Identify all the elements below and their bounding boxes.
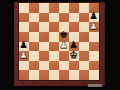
square-d4[interactable] [49,42,59,52]
white-pawn[interactable]: ♟ [59,40,69,50]
square-e7[interactable] [59,13,69,23]
square-g4[interactable] [79,42,89,52]
square-b2[interactable] [29,61,39,71]
square-d6[interactable] [49,22,59,32]
square-a2[interactable] [19,61,29,71]
square-c5[interactable] [39,32,49,42]
square-c6[interactable] [39,22,49,32]
square-b4[interactable] [29,42,39,52]
square-g5[interactable] [79,32,89,42]
square-h4[interactable] [89,42,99,52]
rank-label-7: 7 [14,13,19,23]
chess-board: ♟♟♚♟♟♟♟♚ [19,3,99,80]
square-d8[interactable] [49,3,59,13]
file-label-c: c [39,81,49,86]
square-d3[interactable] [49,51,59,61]
square-h1[interactable] [89,70,99,80]
square-a7[interactable] [19,13,29,23]
watermark-badge [88,84,102,87]
square-d5[interactable] [49,32,59,42]
square-g3[interactable] [79,51,89,61]
square-b8[interactable] [29,3,39,13]
square-e1[interactable] [59,70,69,80]
square-f3[interactable]: ♚ [69,51,79,61]
file-label-a: a [19,81,29,86]
square-c2[interactable] [39,61,49,71]
square-e8[interactable] [59,3,69,13]
square-f8[interactable] [69,3,79,13]
square-b3[interactable] [29,51,39,61]
square-f6[interactable] [69,22,79,32]
square-g8[interactable] [79,3,89,13]
square-h2[interactable] [89,61,99,71]
square-c4[interactable] [39,42,49,52]
file-labels: abcdefgh [19,81,99,86]
white-pawn[interactable]: ♟ [19,50,29,60]
square-b6[interactable] [29,22,39,32]
square-f2[interactable] [69,61,79,71]
square-a6[interactable] [19,22,29,32]
square-h5[interactable] [89,32,99,42]
square-h3[interactable] [89,51,99,61]
square-e2[interactable] [59,61,69,71]
square-g2[interactable] [79,61,89,71]
white-pawn[interactable]: ♟ [89,21,99,31]
video-frame: ♟♟♚♟♟♟♟♚ 87654321 abcdefgh [0,0,120,90]
white-king[interactable]: ♚ [69,50,79,60]
square-d1[interactable] [49,70,59,80]
square-h6[interactable]: ♟ [89,22,99,32]
square-e3[interactable] [59,51,69,61]
rank-label-5: 5 [14,32,19,42]
square-b1[interactable] [29,70,39,80]
square-a3[interactable]: ♟ [19,51,29,61]
square-c8[interactable] [39,3,49,13]
rank-labels: 87654321 [14,3,19,80]
square-g7[interactable] [79,13,89,23]
rank-label-3: 3 [14,51,19,61]
square-b5[interactable] [29,32,39,42]
square-g1[interactable] [79,70,89,80]
rank-label-1: 1 [14,70,19,80]
rank-label-2: 2 [14,61,19,71]
file-label-f: f [69,81,79,86]
rank-label-6: 6 [14,22,19,32]
square-c7[interactable] [39,13,49,23]
square-e4[interactable]: ♟ [59,42,69,52]
rank-label-4: 4 [14,42,19,52]
file-label-d: d [49,81,59,86]
square-c1[interactable] [39,70,49,80]
file-label-g: g [79,81,89,86]
rank-label-8: 8 [14,3,19,13]
square-a8[interactable] [19,3,29,13]
square-a1[interactable] [19,70,29,80]
square-b7[interactable] [29,13,39,23]
square-f7[interactable] [69,13,79,23]
file-label-b: b [29,81,39,86]
square-d7[interactable] [49,13,59,23]
square-f1[interactable] [69,70,79,80]
file-label-e: e [59,81,69,86]
square-g6[interactable] [79,22,89,32]
square-c3[interactable] [39,51,49,61]
square-d2[interactable] [49,61,59,71]
